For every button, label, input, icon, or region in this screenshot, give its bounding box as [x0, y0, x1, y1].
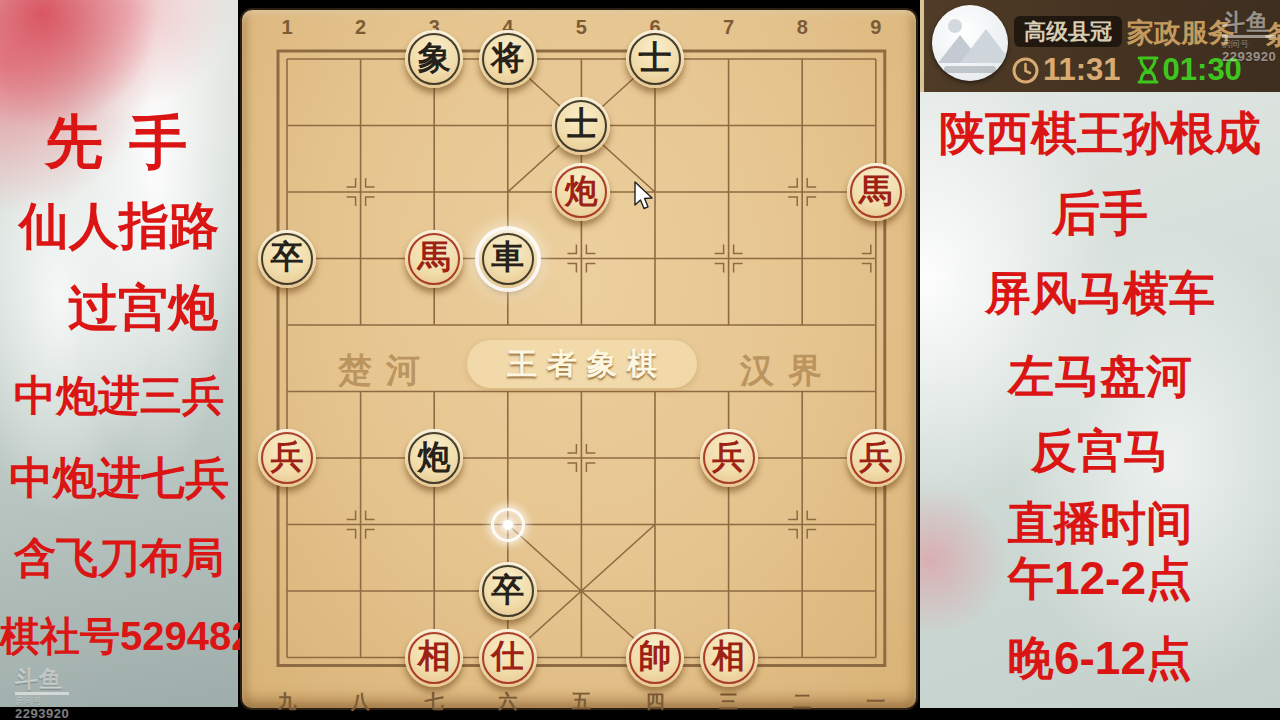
piece-red-兵[interactable]: 兵	[258, 429, 316, 487]
piece-glyph: 象	[418, 36, 451, 81]
piece-black-車[interactable]: 車	[479, 230, 537, 288]
piece-red-帥[interactable]: 帥	[626, 629, 684, 687]
piece-black-士[interactable]: 士	[626, 30, 684, 88]
annotation-line: 左马盘河	[920, 352, 1280, 400]
last-move-indicator	[491, 508, 525, 542]
file-label-bottom: 五	[567, 689, 595, 715]
piece-red-仕[interactable]: 仕	[479, 629, 537, 687]
piece-glyph: 兵	[859, 435, 892, 480]
annotation-schedule-evening: 晚6-12点	[920, 634, 1280, 682]
avatar[interactable]	[932, 5, 1008, 81]
annotation-line: 中炮进三兵	[0, 374, 238, 418]
douyu-watermark-top: 斗鱼 房间号 2293920	[1222, 11, 1276, 63]
annotation-line: 反宫马	[920, 427, 1280, 475]
piece-black-将[interactable]: 将	[479, 30, 537, 88]
file-label-top: 8	[788, 16, 816, 39]
piece-glyph: 馬	[859, 169, 892, 214]
rank-badge: 高级县冠	[1014, 16, 1122, 47]
piece-red-馬[interactable]: 馬	[405, 230, 463, 288]
file-label-bottom: 六	[494, 689, 522, 715]
piece-black-卒[interactable]: 卒	[258, 230, 316, 288]
piece-red-兵[interactable]: 兵	[700, 429, 758, 487]
annotation-club-number: 棋社号529482	[0, 615, 238, 657]
piece-glyph: 士	[565, 102, 598, 147]
piece-glyph: 士	[639, 36, 672, 81]
hourglass-icon	[1137, 56, 1159, 84]
piece-glyph: 兵	[271, 435, 304, 480]
annotation-first-player: 先手	[0, 112, 238, 173]
river-label-right: 汉界	[740, 348, 836, 394]
file-label-bottom: 九	[273, 689, 301, 715]
piece-red-炮[interactable]: 炮	[552, 163, 610, 221]
piece-red-相[interactable]: 相	[405, 629, 463, 687]
piece-black-象[interactable]: 象	[405, 30, 463, 88]
douyu-logo: 斗鱼	[15, 668, 69, 695]
piece-glyph: 兵	[712, 435, 745, 480]
piece-glyph: 卒	[491, 568, 524, 613]
file-label-bottom: 一	[862, 689, 890, 715]
file-label-bottom: 七	[420, 689, 448, 715]
right-annotation-panel: 陕西棋王孙根成 后手 屏风马横车 左马盘河 反宫马 直播时间 午12-2点 晚6…	[920, 92, 1280, 708]
file-label-top: 2	[347, 16, 375, 39]
file-label-top: 1	[273, 16, 301, 39]
room-title: 家政服务	[1127, 15, 1235, 51]
file-label-top: 9	[862, 16, 890, 39]
annotation-schedule-title: 直播时间	[920, 499, 1280, 547]
room-label: 房间号	[15, 697, 69, 706]
file-label-top: 7	[715, 16, 743, 39]
piece-glyph: 炮	[418, 435, 451, 480]
piece-glyph: 車	[491, 235, 524, 280]
annotation-line: 仙人指路	[0, 200, 238, 253]
xiangqi-board[interactable]: 123456789 九八七六五四三二一 楚河 汉界 王者象棋 象将士士炮馬卒馬車…	[240, 8, 918, 710]
annotation-line: 过宫炮	[0, 282, 238, 335]
piece-glyph: 卒	[271, 235, 304, 280]
piece-glyph: 帥	[639, 634, 672, 679]
annotation-second-player: 后手	[920, 189, 1280, 239]
clock-time: 11:31	[1043, 52, 1121, 88]
stream-frame: 先手 仙人指路 过宫炮 中炮进三兵 中炮进七兵 含飞刀布局 棋社号529482 …	[0, 0, 1280, 720]
left-annotation-panel: 先手 仙人指路 过宫炮 中炮进三兵 中炮进七兵 含飞刀布局 棋社号529482 …	[0, 0, 238, 707]
douyu-watermark: 斗鱼 房间号 2293920	[15, 668, 69, 720]
piece-glyph: 相	[712, 634, 745, 679]
annotation-line: 中炮进七兵	[0, 455, 238, 501]
piece-black-士[interactable]: 士	[552, 97, 610, 155]
douyu-logo: 斗鱼	[1222, 11, 1276, 38]
file-label-bottom: 八	[347, 689, 375, 715]
file-label-top: 5	[567, 16, 595, 39]
app-badge: 王者象棋	[467, 340, 697, 388]
room-number: 2293920	[1222, 50, 1276, 63]
clock-row: 11:31 01:30	[1012, 52, 1242, 88]
annotation-line: 含飞刀布局	[0, 536, 238, 580]
piece-black-炮[interactable]: 炮	[405, 429, 463, 487]
river-label-left: 楚河	[338, 348, 434, 394]
piece-glyph: 仕	[491, 634, 524, 679]
piece-glyph: 将	[491, 36, 524, 81]
file-label-bottom: 三	[715, 689, 743, 715]
piece-glyph: 炮	[565, 169, 598, 214]
annotation-line: 屏风马横车	[920, 269, 1280, 317]
piece-black-卒[interactable]: 卒	[479, 562, 537, 620]
piece-red-相[interactable]: 相	[700, 629, 758, 687]
piece-red-馬[interactable]: 馬	[847, 163, 905, 221]
mouse-cursor	[633, 181, 655, 211]
piece-red-兵[interactable]: 兵	[847, 429, 905, 487]
file-label-bottom: 二	[788, 689, 816, 715]
piece-glyph: 相	[418, 634, 451, 679]
file-label-bottom: 四	[641, 689, 669, 715]
clock-icon	[1012, 57, 1039, 84]
app-name: 王者象棋	[497, 344, 667, 385]
room-label: 房间号	[1222, 40, 1276, 49]
room-number: 2293920	[15, 707, 69, 720]
annotation-opponent-name: 陕西棋王孙根成	[920, 109, 1280, 157]
annotation-schedule-noon: 午12-2点	[920, 554, 1280, 602]
piece-glyph: 馬	[418, 235, 451, 280]
